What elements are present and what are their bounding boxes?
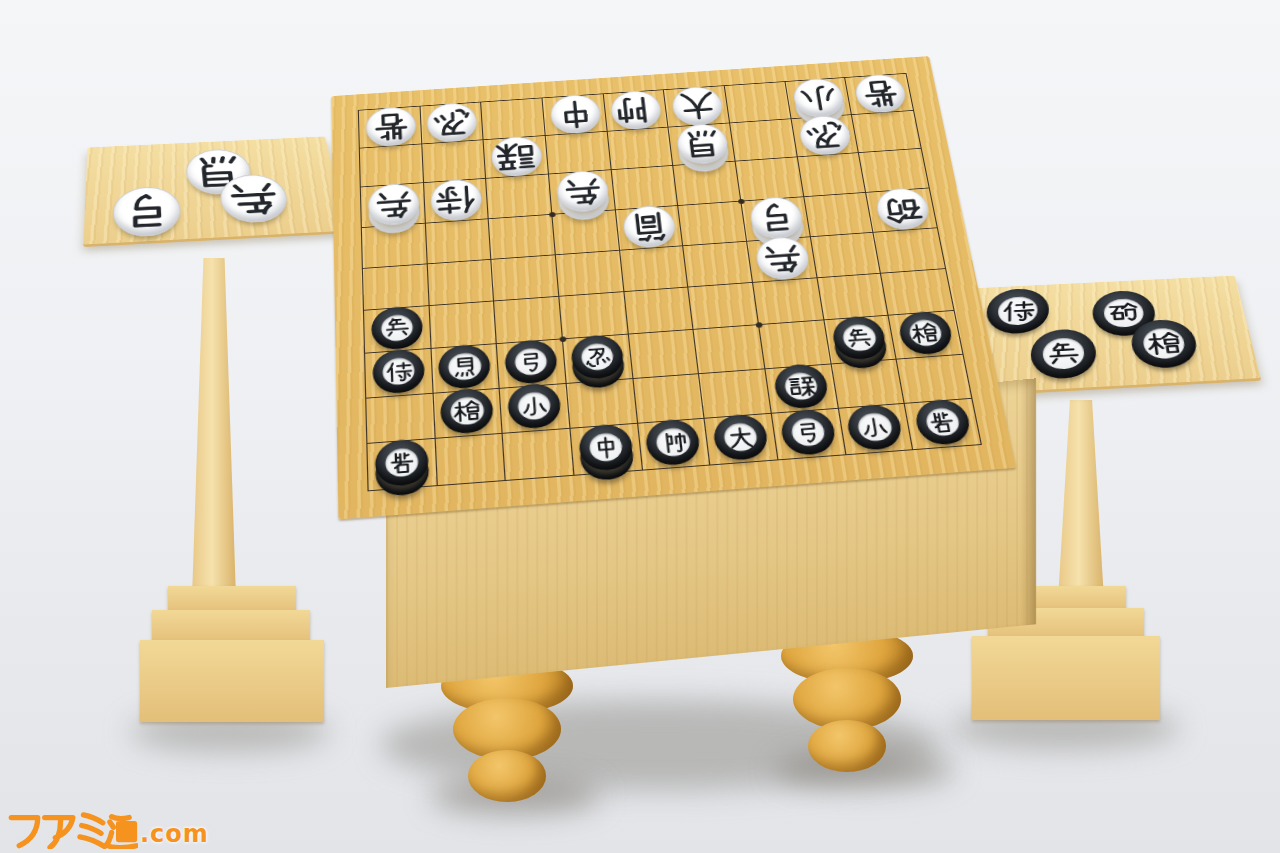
black-disc [504,339,558,386]
kanji-glyph-兵 [219,174,290,223]
cell-r5c3 [492,255,560,301]
cell-r7c4 [563,335,633,384]
black-piece-label [385,447,419,478]
kanji-glyph-兵 [1043,337,1085,369]
cell-r2c6 [669,123,736,166]
cell-r5c2 [427,260,494,306]
black-disc [438,343,492,390]
cell-r8c1 [366,393,435,443]
cell-r2c3 [484,136,549,179]
piece-white-r1c5 [610,89,661,129]
black-piece-label [907,319,943,347]
cell-r6c3 [494,297,563,345]
kanji-glyph-侍 [998,296,1037,325]
cell-r1c4 [543,94,608,136]
piece-black-r9c1 [374,438,429,487]
famitsu-watermark: .com [6,809,209,849]
kanji-glyph-砲 [874,188,930,230]
kanji-glyph-兵 [368,183,418,225]
kanji-glyph-謀 [783,372,819,401]
black-piece-label [517,391,551,421]
white-disc [549,93,602,135]
black-disc [507,382,562,430]
piece-white-r2c6 [675,123,728,164]
black-piece-label [450,396,484,426]
cell-r2c8 [791,115,859,157]
cell-r9c4 [571,423,643,474]
white-disc [670,85,724,126]
cell-r4c4 [552,210,619,255]
kanji-glyph-弓 [114,187,181,238]
piece-black-r8c7 [772,363,830,410]
kanji-glyph-忍 [799,115,853,156]
cell-r5c6 [684,242,754,288]
cell-r1c5 [603,90,668,132]
left-table-base [140,640,324,722]
piece-black-r9c4 [577,423,634,472]
kanji-glyph-馬 [676,123,729,164]
star-point [549,212,556,217]
black-disc [440,387,494,435]
kanji-glyph-兵 [381,314,413,342]
cell-r3c4 [549,170,616,214]
black-piece-label [381,314,413,342]
kanji-glyph-弓 [790,417,826,447]
cell-r1c6 [664,86,730,128]
white-disc [610,89,664,131]
board-leg-right [772,628,922,778]
kanji-glyph-槍 [450,396,484,426]
kanji-glyph-忍 [580,342,614,371]
piece-black-r7c8 [831,315,889,361]
cell-r1c7 [725,82,792,124]
white-disc [218,173,291,224]
cell-r8c2 [433,388,503,438]
cell-r8c9 [897,354,971,403]
white-disc [675,122,730,164]
kanji-glyph-砦 [385,447,419,478]
white-disc [791,77,847,118]
piece-white-r3c2 [430,178,481,220]
famitsu-logo-katakana [6,809,138,849]
cell-r6c5 [624,288,694,335]
cell-r8c3 [500,383,570,433]
white-disc [367,182,420,226]
cell-r8c6 [699,369,771,419]
white-disc [427,101,479,143]
black-disc [372,348,425,395]
piece-white-r5c7 [754,236,810,280]
cell-r5c7 [747,237,817,283]
cell-r3c1 [361,183,426,227]
cell-r8c5 [633,374,705,424]
piece-white-r2c8 [797,114,851,154]
piece-black-r7c4 [570,334,625,380]
black-disc [779,408,838,456]
cell-r5c8 [811,233,882,279]
piece-black-r8c3 [507,382,562,430]
cell-r9c1 [367,439,437,491]
black-disc [986,288,1050,335]
black-disc [371,305,423,351]
cell-r2c1 [360,144,424,187]
black-piece-label [842,323,878,351]
kanji-glyph-大 [671,86,723,126]
cell-r4c7 [741,197,810,242]
cell-r3c9 [859,149,928,192]
black-piece-label [580,342,614,371]
right-table-stem [1058,400,1104,600]
cell-r9c6 [705,413,779,464]
cell-r9c7 [772,409,846,460]
piece-black-reserve-1 [986,288,1050,335]
black-disc [645,418,702,467]
cell-r4c3 [489,214,556,259]
cell-r7c1 [365,349,433,398]
cell-r4c1 [362,223,428,268]
piece-black-r7c9 [896,310,954,356]
cell-r7c7 [759,321,831,369]
cell-r7c3 [497,340,566,389]
piece-white-reserve-2 [113,186,180,236]
cell-r9c9 [905,399,981,450]
cell-r6c1 [364,306,431,354]
piece-white-r1c4 [549,93,600,133]
right-komadai-table [966,276,1261,394]
white-disc [490,135,543,178]
cell-r6c7 [753,278,824,325]
piece-black-r7c2 [438,343,492,390]
piece-black-r6c1 [371,305,423,351]
white-disc [113,186,182,238]
kanji-glyph-筒 [623,205,677,248]
left-table-stem [192,258,236,598]
cell-r5c5 [620,246,689,292]
cell-r2c4 [546,132,612,175]
black-piece-label [998,296,1037,325]
white-disc [622,205,678,250]
kanji-glyph-槍 [907,319,943,347]
cell-r1c8 [785,78,852,119]
piece-white-r3c1 [367,182,417,224]
black-piece-label [448,352,481,381]
kanji-glyph-謀 [491,136,542,177]
cell-r5c1 [363,264,429,311]
black-piece-label [1142,328,1186,360]
photo-scene: .com [0,0,1280,853]
white-disc [365,105,416,147]
cell-r1c9 [845,74,913,115]
black-piece-label [856,412,893,442]
black-piece-label [588,432,623,462]
cell-r4c9 [866,188,936,232]
cell-r9c3 [503,428,574,479]
star-point [738,199,745,204]
cell-r7c8 [824,316,897,364]
cell-r4c6 [679,201,748,246]
piece-white-r4c5 [622,205,676,248]
black-disc [772,363,830,410]
piece-white-r1c2 [427,101,477,141]
kanji-glyph-小 [517,391,551,421]
black-disc [1031,328,1098,380]
black-disc [1129,318,1200,369]
piece-white-r1c8 [791,77,844,117]
kanji-glyph-忍 [428,102,478,142]
cell-r6c9 [881,269,953,316]
cell-r7c6 [694,325,765,373]
black-disc [912,398,972,446]
white-disc [555,169,609,213]
white-disc [852,73,908,114]
piece-black-r9c9 [912,398,972,446]
cell-r2c5 [607,128,673,171]
black-piece-label [655,427,691,457]
right-table-base [972,636,1160,720]
cell-r8c4 [567,379,638,429]
cell-r6c8 [817,274,889,321]
famitsu-logo-dotcom: .com [140,819,209,849]
kanji-glyph-小 [792,78,845,118]
cell-r9c2 [435,434,506,486]
kanji-glyph-帥 [611,90,663,130]
cell-r7c9 [889,311,962,359]
kanji-glyph-中 [550,94,601,134]
cell-r3c6 [674,162,742,206]
cell-r4c2 [426,219,492,264]
cell-r3c2 [424,179,489,223]
kanji-glyph-中 [588,432,623,462]
black-disc [712,413,770,462]
cell-r6c2 [429,301,497,349]
black-disc [896,310,954,356]
cell-r3c7 [736,158,804,202]
kanji-glyph-馬 [448,352,481,381]
kanji-glyph-兵 [557,170,609,212]
piece-white-r1c1 [365,106,414,146]
cell-r5c4 [556,251,624,297]
piece-white-r4c7 [748,196,803,239]
kanji-glyph-槍 [1142,328,1186,360]
cell-r6c4 [559,292,628,339]
piece-white-r3c4 [555,170,607,212]
piece-black-r8c2 [440,387,494,435]
black-piece-label [783,372,819,401]
piece-white-reserve-3 [218,173,289,222]
kanji-glyph-大 [723,422,759,452]
white-disc [748,196,805,240]
kanji-glyph-砦 [924,407,961,437]
cell-r1c3 [481,98,545,140]
piece-black-reserve-3 [1031,328,1098,380]
cell-r2c7 [730,119,797,162]
piece-black-r9c7 [779,408,838,456]
cell-r3c5 [611,166,678,210]
kanji-glyph-帥 [655,427,691,457]
cell-r3c8 [798,153,867,196]
piece-black-r9c8 [845,403,905,451]
black-piece-label [514,347,548,376]
cell-r5c9 [874,228,945,274]
piece-black-r7c3 [504,339,558,386]
black-piece-label [924,407,961,437]
cell-r7c2 [431,344,500,393]
black-piece-label [1043,337,1085,369]
white-disc [754,236,812,282]
piece-white-r1c6 [670,85,722,125]
kanji-glyph-弓 [749,197,804,240]
cell-r4c8 [804,192,874,237]
board [331,56,1016,519]
cell-r1c2 [420,102,484,144]
kanji-glyph-兵 [755,237,811,281]
kanji-glyph-砦 [366,106,415,146]
piece-black-reserve-4 [1129,318,1200,369]
left-komadai-table [83,136,348,244]
cell-r1c1 [359,107,422,149]
cell-r7c5 [629,330,700,379]
board-grid [358,73,982,491]
white-disc [430,178,483,222]
cell-r9c8 [839,404,914,455]
cell-r2c9 [852,111,921,153]
kanji-glyph-兵 [842,323,878,351]
cell-r6c6 [689,283,759,330]
white-disc [797,114,853,156]
black-piece-label [723,422,759,452]
cell-r8c7 [765,364,838,414]
piece-white-r4c9 [873,187,929,229]
black-piece-label [382,357,415,386]
left-table-base-step2 [152,610,310,644]
piece-black-r9c6 [712,413,770,462]
black-disc [845,403,905,451]
cell-r2c2 [422,140,487,183]
cell-r8c8 [831,359,905,408]
piece-white-r2c3 [490,135,541,176]
cell-r3c3 [486,175,552,219]
kanji-glyph-侍 [382,357,415,386]
piece-black-r7c1 [372,348,425,395]
cell-r9c5 [638,418,711,469]
cell-r4c5 [616,206,684,251]
kanji-glyph-小 [856,412,893,442]
black-piece-label [790,417,826,447]
kanji-glyph-侍 [431,179,482,221]
kanji-glyph-砦 [853,74,907,113]
piece-white-r1c9 [852,73,906,112]
piece-black-r9c5 [645,418,702,467]
kanji-glyph-弓 [514,347,548,376]
white-disc [873,187,931,231]
